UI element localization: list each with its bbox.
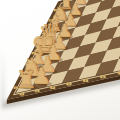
piece-highlight-h1: ♜ <box>15 66 35 92</box>
board-photo-svg: 12345678hgfedcba♟♟♜♜♟♟♞♞♟♟♝♝♟♟♛♛♟♟♚♚♟♟♝♝… <box>0 0 120 120</box>
board-render-root: 12345678hgfedcba♟♟♜♜♟♟♞♞♟♟♝♝♟♟♛♛♟♟♚♚♟♟♝♝… <box>0 0 120 120</box>
chessboard-product-photo: 12345678hgfedcba♟♟♜♜♟♟♞♞♟♟♝♝♟♟♛♛♟♟♚♚♟♟♝♝… <box>0 0 120 120</box>
